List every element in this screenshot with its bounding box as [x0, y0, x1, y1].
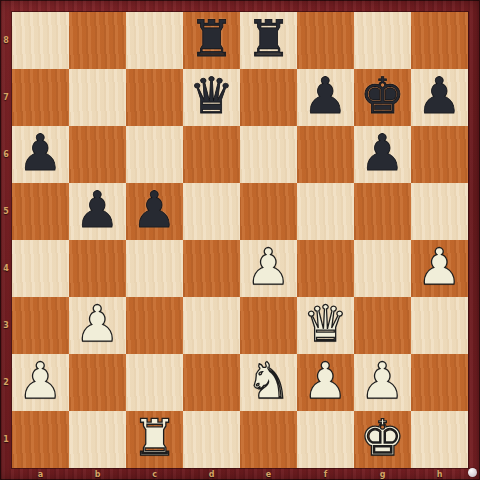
square-e4[interactable]: ♟ [240, 240, 297, 297]
white-queen[interactable]: ♛ [303, 299, 348, 349]
square-g4[interactable] [354, 240, 411, 297]
square-d8[interactable]: ♜ [183, 12, 240, 69]
square-c7[interactable] [126, 69, 183, 126]
square-f2[interactable]: ♟ [297, 354, 354, 411]
square-c6[interactable] [126, 126, 183, 183]
rank-label-3: 3 [0, 297, 12, 354]
white-king[interactable]: ♚ [360, 413, 405, 463]
chess-board: ♜♜♛♟♚♟♟♟♟♟♟♟♟♛♟♞♟♟♜♚ [12, 12, 468, 468]
square-c3[interactable] [126, 297, 183, 354]
square-g6[interactable]: ♟ [354, 126, 411, 183]
square-h3[interactable] [411, 297, 468, 354]
square-g7[interactable]: ♚ [354, 69, 411, 126]
square-f4[interactable] [297, 240, 354, 297]
black-pawn[interactable]: ♟ [360, 128, 405, 178]
square-h7[interactable]: ♟ [411, 69, 468, 126]
square-b2[interactable] [69, 354, 126, 411]
square-a7[interactable] [12, 69, 69, 126]
chess-board-frame: ♜♜♛♟♚♟♟♟♟♟♟♟♟♛♟♞♟♟♜♚ 87654321 abcdefgh [0, 0, 480, 480]
rank-label-7: 7 [0, 69, 12, 126]
square-b7[interactable] [69, 69, 126, 126]
file-label-b: b [69, 468, 126, 480]
file-label-h: h [411, 468, 468, 480]
square-c4[interactable] [126, 240, 183, 297]
white-to-move-indicator [468, 468, 477, 477]
rank-label-8: 8 [0, 12, 12, 69]
rank-label-5: 5 [0, 183, 12, 240]
white-pawn[interactable]: ♟ [246, 242, 291, 292]
square-d7[interactable]: ♛ [183, 69, 240, 126]
black-pawn[interactable]: ♟ [75, 185, 120, 235]
black-rook[interactable]: ♜ [246, 14, 291, 64]
square-d3[interactable] [183, 297, 240, 354]
square-e6[interactable] [240, 126, 297, 183]
square-g1[interactable]: ♚ [354, 411, 411, 468]
square-c2[interactable] [126, 354, 183, 411]
square-b3[interactable]: ♟ [69, 297, 126, 354]
black-rook[interactable]: ♜ [189, 14, 234, 64]
square-d1[interactable] [183, 411, 240, 468]
white-rook[interactable]: ♜ [132, 413, 177, 463]
rank-label-1: 1 [0, 411, 12, 468]
white-pawn[interactable]: ♟ [75, 299, 120, 349]
square-b5[interactable]: ♟ [69, 183, 126, 240]
file-label-g: g [354, 468, 411, 480]
square-a8[interactable] [12, 12, 69, 69]
square-e1[interactable] [240, 411, 297, 468]
file-label-c: c [126, 468, 183, 480]
square-f6[interactable] [297, 126, 354, 183]
square-a6[interactable]: ♟ [12, 126, 69, 183]
square-a3[interactable] [12, 297, 69, 354]
square-a1[interactable] [12, 411, 69, 468]
square-e8[interactable]: ♜ [240, 12, 297, 69]
black-pawn[interactable]: ♟ [417, 71, 462, 121]
square-b8[interactable] [69, 12, 126, 69]
square-a5[interactable] [12, 183, 69, 240]
square-h5[interactable] [411, 183, 468, 240]
square-b1[interactable] [69, 411, 126, 468]
black-pawn[interactable]: ♟ [132, 185, 177, 235]
square-e3[interactable] [240, 297, 297, 354]
square-a2[interactable]: ♟ [12, 354, 69, 411]
black-queen[interactable]: ♛ [189, 71, 234, 121]
square-h1[interactable] [411, 411, 468, 468]
rank-label-2: 2 [0, 354, 12, 411]
square-h2[interactable] [411, 354, 468, 411]
square-d2[interactable] [183, 354, 240, 411]
black-king[interactable]: ♚ [360, 71, 405, 121]
white-pawn[interactable]: ♟ [360, 356, 405, 406]
white-pawn[interactable]: ♟ [417, 242, 462, 292]
square-b4[interactable] [69, 240, 126, 297]
file-label-d: d [183, 468, 240, 480]
square-g3[interactable] [354, 297, 411, 354]
square-f1[interactable] [297, 411, 354, 468]
square-g8[interactable] [354, 12, 411, 69]
square-c1[interactable]: ♜ [126, 411, 183, 468]
file-label-a: a [12, 468, 69, 480]
square-c5[interactable]: ♟ [126, 183, 183, 240]
square-h6[interactable] [411, 126, 468, 183]
white-pawn[interactable]: ♟ [18, 356, 63, 406]
square-b6[interactable] [69, 126, 126, 183]
square-g5[interactable] [354, 183, 411, 240]
square-d4[interactable] [183, 240, 240, 297]
black-pawn[interactable]: ♟ [18, 128, 63, 178]
square-c8[interactable] [126, 12, 183, 69]
square-h4[interactable]: ♟ [411, 240, 468, 297]
square-d6[interactable] [183, 126, 240, 183]
black-pawn[interactable]: ♟ [303, 71, 348, 121]
rank-label-6: 6 [0, 126, 12, 183]
square-f5[interactable] [297, 183, 354, 240]
square-a4[interactable] [12, 240, 69, 297]
white-knight[interactable]: ♞ [246, 356, 291, 406]
file-label-e: e [240, 468, 297, 480]
square-g2[interactable]: ♟ [354, 354, 411, 411]
square-h8[interactable] [411, 12, 468, 69]
square-e5[interactable] [240, 183, 297, 240]
square-e7[interactable] [240, 69, 297, 126]
rank-label-4: 4 [0, 240, 12, 297]
square-f8[interactable] [297, 12, 354, 69]
file-label-f: f [297, 468, 354, 480]
square-f3[interactable]: ♛ [297, 297, 354, 354]
square-f7[interactable]: ♟ [297, 69, 354, 126]
square-e2[interactable]: ♞ [240, 354, 297, 411]
white-pawn[interactable]: ♟ [303, 356, 348, 406]
square-d5[interactable] [183, 183, 240, 240]
